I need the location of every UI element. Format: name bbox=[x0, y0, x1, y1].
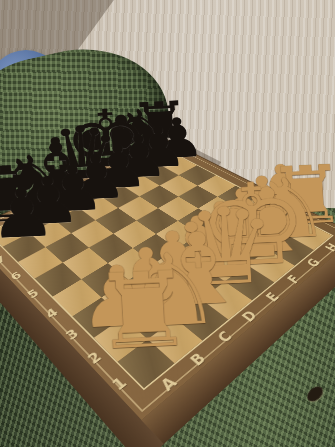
photo-scene: ♜♞♝♛♚♝♞♜♟♟♟♟♟♟♟♟♟♟♟♟♟♟♟♟♜♞♝♛♚♝♞♜ ABCDEFG… bbox=[0, 0, 335, 447]
rank-label-7: 7 bbox=[0, 254, 8, 266]
file-label-h: H bbox=[322, 241, 335, 253]
square-c6 bbox=[71, 220, 113, 247]
